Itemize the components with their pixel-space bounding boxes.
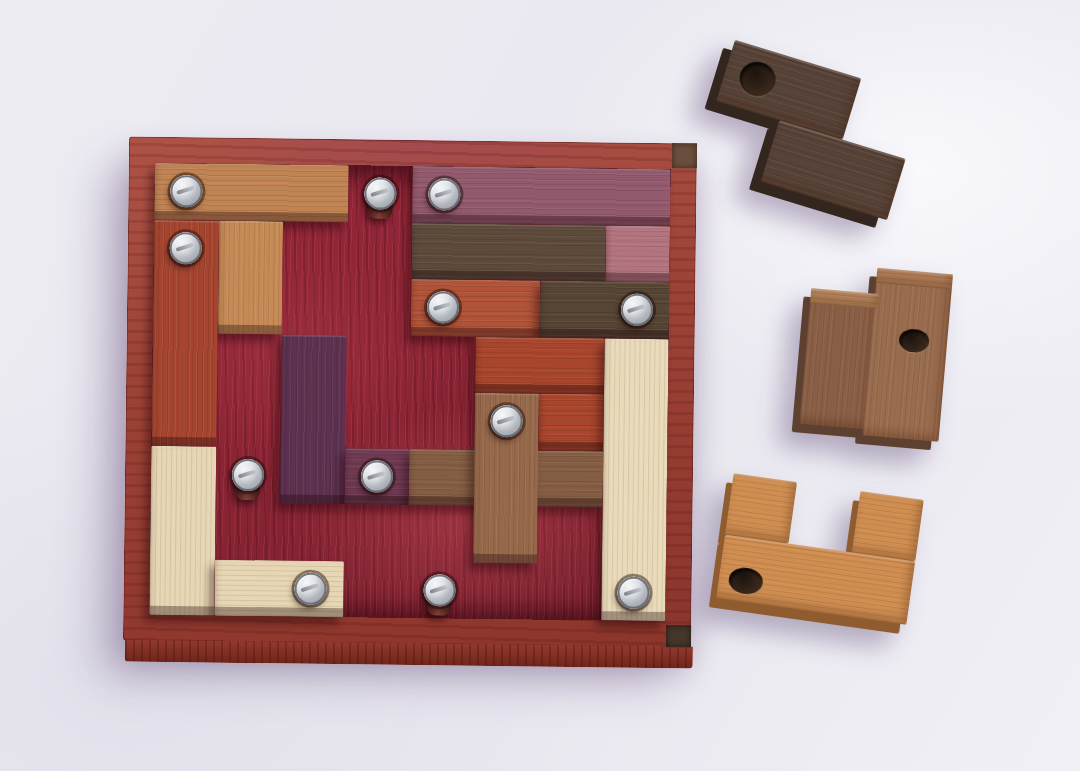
photo-scene: { "game": "Wooden polyomino packing puzz… — [0, 0, 1080, 771]
loose-piece-cherry-u-part2 — [852, 491, 924, 561]
loose-pieces-area — [0, 0, 1080, 771]
loose-piece-walnut-z[interactable] — [698, 40, 925, 220]
loose-piece-cherry-u-part1 — [725, 473, 797, 543]
loose-piece-mahogany-corner[interactable] — [799, 262, 953, 442]
loose-piece-cherry-u[interactable] — [716, 473, 924, 624]
